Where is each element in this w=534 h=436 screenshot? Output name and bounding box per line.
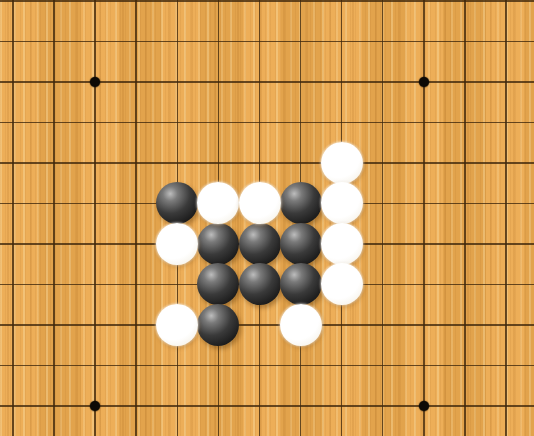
black-stone — [280, 182, 322, 224]
black-stone — [197, 223, 239, 265]
black-stone — [197, 304, 239, 346]
white-stone — [197, 182, 239, 224]
white-stone — [321, 182, 363, 224]
white-stone — [321, 263, 363, 305]
white-stone — [156, 223, 198, 265]
black-stone — [239, 223, 281, 265]
white-stone — [156, 304, 198, 346]
black-stone — [197, 263, 239, 305]
goban-board[interactable] — [0, 0, 534, 436]
white-stone — [280, 304, 322, 346]
black-stone — [280, 263, 322, 305]
black-stone — [280, 223, 322, 265]
black-stone — [156, 182, 198, 224]
white-stone — [321, 223, 363, 265]
stones-layer — [0, 0, 527, 427]
white-stone — [321, 142, 363, 184]
black-stone — [239, 263, 281, 305]
white-stone — [239, 182, 281, 224]
